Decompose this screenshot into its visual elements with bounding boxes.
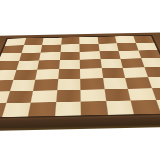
square-f5[interactable] (100, 59, 123, 68)
square-f3[interactable] (103, 78, 128, 89)
square-e3[interactable] (80, 78, 104, 89)
chess-grid (0, 35, 160, 119)
square-b4[interactable] (13, 70, 37, 80)
square-d4[interactable] (58, 69, 80, 79)
square-e5[interactable] (80, 59, 102, 68)
square-c1[interactable] (28, 102, 56, 116)
chessboard-photo (0, 0, 160, 160)
square-d2[interactable] (56, 90, 81, 103)
square-d5[interactable] (59, 60, 80, 69)
square-f1[interactable] (106, 101, 134, 115)
square-e4[interactable] (80, 68, 103, 78)
board-frame (0, 33, 160, 130)
square-b3[interactable] (9, 80, 35, 91)
square-b1[interactable] (1, 103, 30, 117)
square-f2[interactable] (104, 89, 131, 102)
square-e1[interactable] (81, 101, 108, 115)
square-c2[interactable] (31, 90, 57, 103)
square-d3[interactable] (57, 79, 81, 90)
square-c3[interactable] (33, 79, 58, 90)
square-h5[interactable] (141, 58, 160, 67)
square-h4[interactable] (144, 67, 160, 77)
square-c4[interactable] (35, 69, 58, 79)
square-f4[interactable] (101, 68, 125, 78)
square-c5[interactable] (37, 60, 59, 69)
square-d1[interactable] (54, 102, 80, 116)
square-b2[interactable] (6, 91, 33, 104)
square-e2[interactable] (80, 89, 105, 102)
